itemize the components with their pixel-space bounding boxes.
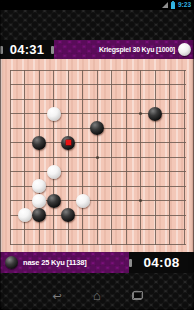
grid-line-vertical [126,70,127,245]
white-stone [32,179,46,193]
timer-tab-left [0,46,3,54]
black-player-row: nase 25 Kyu [1138] 04:08 [0,252,194,273]
black-player-bar: nase 25 Kyu [1138] [0,252,129,273]
black-stone [32,208,46,222]
black-stone [61,136,75,150]
star-point [96,156,99,159]
grid-line-vertical [140,70,141,245]
phone-screen: 9:23 04:31 Kriegspiel 30 Kyu [1000] nase… [0,0,194,310]
grid-line-horizontal [10,84,186,85]
grid-line-horizontal [10,171,186,172]
white-player-label: Kriegspiel 30 Kyu [1000] [99,46,175,53]
black-timer-value: 04:08 [143,255,179,270]
star-point [139,112,142,115]
star-point [139,199,142,202]
timer-tab-right [51,46,54,54]
recent-apps-icon [132,291,143,300]
white-stone [32,194,46,208]
battery-icon [171,2,175,9]
grid-line-vertical [111,70,112,245]
black-stone [148,107,162,121]
status-bar: 9:23 [0,0,194,10]
white-player-row: 04:31 Kriegspiel 30 Kyu [1000] [0,40,194,59]
white-stone [47,165,61,179]
grid-line-horizontal [10,244,186,245]
white-timer-value: 04:31 [10,42,45,57]
white-player-timer: 04:31 [0,40,54,59]
status-time: 9:23 [178,0,191,10]
grid-line-horizontal [10,99,186,100]
last-move-marker [66,140,71,145]
grid-line-vertical [184,70,185,245]
back-button[interactable]: ↩ [50,289,64,303]
white-stone-icon [178,43,191,56]
white-stone [18,208,32,222]
signal-icon [162,2,168,8]
grid-line-horizontal [10,229,186,230]
grid-line-horizontal [10,70,186,71]
home-button[interactable]: ⌂ [90,289,104,303]
black-player-label: nase 25 Kyu [1138] [23,258,87,267]
nav-bar: ↩ ⌂ [0,273,194,310]
grid-line-vertical [53,70,54,245]
recents-button[interactable] [130,289,144,303]
white-player-bar: Kriegspiel 30 Kyu [1000] [54,40,194,59]
timer-tab-left [129,259,132,267]
black-stone [90,121,104,135]
white-stone [47,107,61,121]
black-stone-icon [5,256,18,269]
grid-line-vertical [169,70,170,245]
black-player-timer: 04:08 [129,252,194,273]
black-stone [47,194,61,208]
white-stone [76,194,90,208]
grid-line-vertical [10,70,11,245]
black-stone [32,136,46,150]
go-board[interactable] [0,59,194,252]
grid-line-vertical [82,70,83,245]
black-stone [61,208,75,222]
grid-line-vertical [155,70,156,245]
